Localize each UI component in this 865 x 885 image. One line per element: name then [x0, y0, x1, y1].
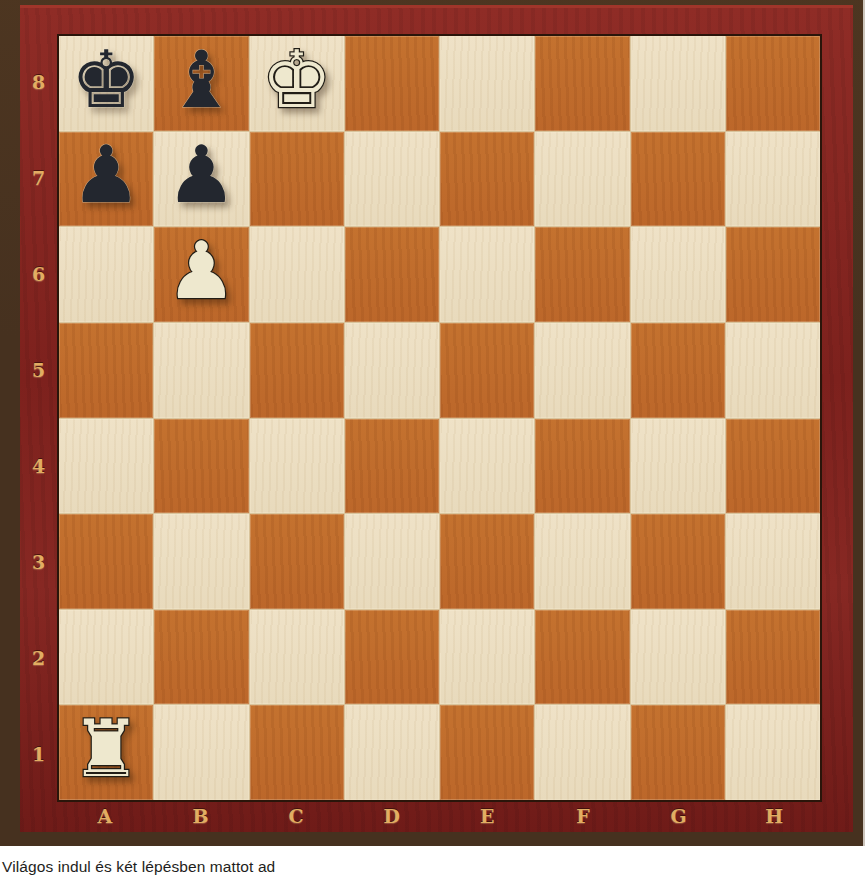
- white-pawn-b6[interactable]: ♟: [166, 232, 237, 311]
- square-h6[interactable]: [726, 227, 820, 322]
- white-king-c8[interactable]: ♚: [261, 41, 332, 120]
- square-f1[interactable]: [535, 705, 629, 800]
- square-d8[interactable]: [345, 36, 439, 131]
- square-g3[interactable]: [631, 514, 725, 609]
- chess-puzzle-page: 87654321 ABCDEFGH ♚♝♚♟♟♟♜ Világos indul …: [0, 0, 865, 876]
- square-c4[interactable]: [250, 419, 344, 514]
- square-a7[interactable]: ♟: [59, 132, 153, 227]
- square-c7[interactable]: [250, 132, 344, 227]
- square-a8[interactable]: ♚: [59, 36, 153, 131]
- square-d4[interactable]: [345, 419, 439, 514]
- square-h4[interactable]: [726, 419, 820, 514]
- file-label-c: C: [248, 802, 344, 830]
- square-f6[interactable]: [535, 227, 629, 322]
- file-label-h: H: [726, 802, 822, 830]
- file-label-d: D: [344, 802, 440, 830]
- rank-label-3: 3: [20, 514, 57, 610]
- square-b1[interactable]: [154, 705, 248, 800]
- square-g6[interactable]: [631, 227, 725, 322]
- square-f8[interactable]: [535, 36, 629, 131]
- puzzle-caption: Világos indul és két lépésben mattot ad: [2, 858, 865, 876]
- white-rook-a1[interactable]: ♜: [71, 710, 142, 789]
- board-grid: ♚♝♚♟♟♟♜: [57, 34, 822, 802]
- rank-labels: 87654321: [20, 34, 57, 802]
- rank-label-8: 8: [20, 34, 57, 130]
- square-c6[interactable]: [250, 227, 344, 322]
- square-b5[interactable]: [154, 323, 248, 418]
- file-label-a: A: [57, 802, 153, 830]
- square-d2[interactable]: [345, 610, 439, 705]
- rank-label-7: 7: [20, 130, 57, 226]
- file-labels: ABCDEFGH: [57, 802, 822, 830]
- square-g8[interactable]: [631, 36, 725, 131]
- square-a5[interactable]: [59, 323, 153, 418]
- rank-label-4: 4: [20, 418, 57, 514]
- chess-board: 87654321 ABCDEFGH ♚♝♚♟♟♟♜: [0, 0, 865, 846]
- square-g2[interactable]: [631, 610, 725, 705]
- square-b2[interactable]: [154, 610, 248, 705]
- rank-label-2: 2: [20, 610, 57, 706]
- black-pawn-a7[interactable]: ♟: [71, 136, 142, 215]
- black-pawn-b7[interactable]: ♟: [166, 136, 237, 215]
- square-h3[interactable]: [726, 514, 820, 609]
- square-f4[interactable]: [535, 419, 629, 514]
- square-b3[interactable]: [154, 514, 248, 609]
- file-label-g: G: [631, 802, 727, 830]
- square-e7[interactable]: [440, 132, 534, 227]
- rank-label-5: 5: [20, 322, 57, 418]
- square-b4[interactable]: [154, 419, 248, 514]
- square-e6[interactable]: [440, 227, 534, 322]
- square-d1[interactable]: [345, 705, 439, 800]
- square-c3[interactable]: [250, 514, 344, 609]
- square-b7[interactable]: ♟: [154, 132, 248, 227]
- square-f2[interactable]: [535, 610, 629, 705]
- black-bishop-b8[interactable]: ♝: [166, 41, 237, 120]
- square-c5[interactable]: [250, 323, 344, 418]
- file-label-b: B: [153, 802, 249, 830]
- square-a1[interactable]: ♜: [59, 705, 153, 800]
- square-h7[interactable]: [726, 132, 820, 227]
- square-e4[interactable]: [440, 419, 534, 514]
- square-a6[interactable]: [59, 227, 153, 322]
- square-f7[interactable]: [535, 132, 629, 227]
- square-d6[interactable]: [345, 227, 439, 322]
- square-e2[interactable]: [440, 610, 534, 705]
- square-d3[interactable]: [345, 514, 439, 609]
- square-h8[interactable]: [726, 36, 820, 131]
- square-g4[interactable]: [631, 419, 725, 514]
- square-g7[interactable]: [631, 132, 725, 227]
- file-label-f: F: [535, 802, 631, 830]
- square-g1[interactable]: [631, 705, 725, 800]
- file-label-e: E: [440, 802, 536, 830]
- square-e5[interactable]: [440, 323, 534, 418]
- square-a3[interactable]: [59, 514, 153, 609]
- square-h5[interactable]: [726, 323, 820, 418]
- square-g5[interactable]: [631, 323, 725, 418]
- square-c2[interactable]: [250, 610, 344, 705]
- square-d5[interactable]: [345, 323, 439, 418]
- square-e3[interactable]: [440, 514, 534, 609]
- square-b8[interactable]: ♝: [154, 36, 248, 131]
- square-a2[interactable]: [59, 610, 153, 705]
- square-c1[interactable]: [250, 705, 344, 800]
- rank-label-1: 1: [20, 706, 57, 802]
- square-h1[interactable]: [726, 705, 820, 800]
- square-d7[interactable]: [345, 132, 439, 227]
- square-e8[interactable]: [440, 36, 534, 131]
- black-king-a8[interactable]: ♚: [71, 41, 142, 120]
- square-c8[interactable]: ♚: [250, 36, 344, 131]
- square-e1[interactable]: [440, 705, 534, 800]
- square-h2[interactable]: [726, 610, 820, 705]
- square-f3[interactable]: [535, 514, 629, 609]
- square-b6[interactable]: ♟: [154, 227, 248, 322]
- square-f5[interactable]: [535, 323, 629, 418]
- square-a4[interactable]: [59, 419, 153, 514]
- rank-label-6: 6: [20, 226, 57, 322]
